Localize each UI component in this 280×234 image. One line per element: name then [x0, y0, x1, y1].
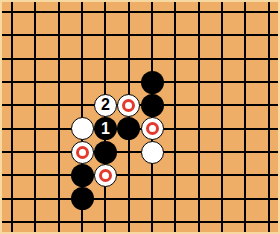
grid-line-horizontal: [2, 221, 278, 223]
move-number-label: 1: [101, 121, 110, 137]
black-stone[interactable]: 1: [94, 117, 117, 140]
black-stone[interactable]: [117, 117, 140, 140]
black-stone[interactable]: [94, 141, 117, 164]
black-stone[interactable]: [71, 187, 94, 210]
grid-line-horizontal: [2, 198, 278, 200]
black-stone[interactable]: [71, 164, 94, 187]
circle-mark-icon: [146, 122, 159, 135]
grid-line-horizontal: [2, 174, 278, 176]
white-stone[interactable]: [117, 94, 140, 117]
circle-mark-icon: [99, 169, 112, 182]
move-number-label: 2: [101, 97, 110, 113]
white-stone[interactable]: [141, 141, 164, 164]
white-stone[interactable]: [94, 164, 117, 187]
grid-line-horizontal: [2, 11, 278, 13]
circle-mark-icon: [76, 146, 89, 159]
black-stone[interactable]: [141, 94, 164, 117]
circle-mark-icon: [122, 99, 135, 112]
grid-line-horizontal: [2, 58, 278, 60]
go-board[interactable]: 21: [0, 0, 280, 234]
white-stone[interactable]: [71, 141, 94, 164]
grid-line-horizontal: [2, 34, 278, 36]
white-stone[interactable]: [141, 117, 164, 140]
black-stone[interactable]: [141, 71, 164, 94]
white-stone[interactable]: [71, 117, 94, 140]
white-stone[interactable]: 2: [94, 94, 117, 117]
